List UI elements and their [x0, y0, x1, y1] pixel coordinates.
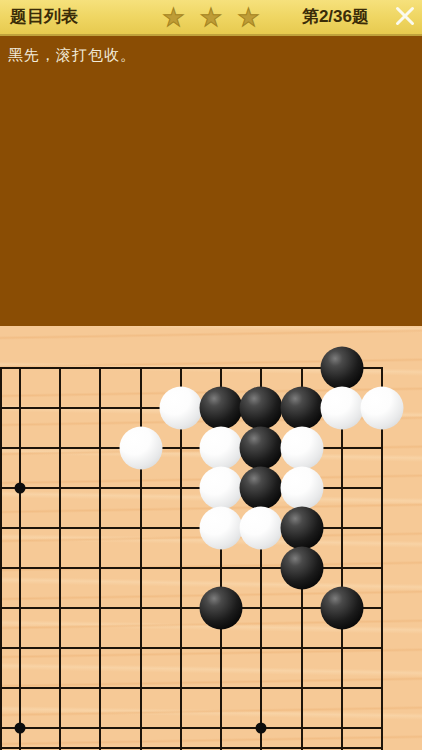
problem-counter: 第2/36题	[302, 0, 369, 34]
black-stone	[280, 547, 323, 590]
white-stone	[159, 387, 202, 430]
close-button[interactable]	[392, 5, 418, 31]
board-cut-edge	[0, 747, 383, 749]
white-stone	[200, 467, 243, 510]
black-stone	[280, 507, 323, 550]
white-stone	[200, 427, 243, 470]
star-point	[256, 723, 267, 734]
problem-list-button[interactable]: 题目列表	[10, 0, 78, 34]
grid-line	[19, 367, 21, 750]
star-icon: ★	[200, 5, 222, 30]
black-stone	[240, 467, 283, 510]
grid-line	[99, 367, 101, 750]
problem-prompt: 黑先，滚打包收。	[8, 46, 136, 65]
star-icon: ★	[162, 5, 184, 30]
grid-line	[0, 687, 383, 689]
white-stone	[119, 427, 162, 470]
grid-line	[59, 367, 61, 750]
close-icon	[394, 5, 416, 31]
grid-line	[0, 647, 383, 649]
grid-line	[140, 367, 142, 750]
white-stone	[320, 387, 363, 430]
top-bar: 题目列表 ★ ★ ★ 第2/36题	[0, 0, 422, 36]
white-stone	[280, 467, 323, 510]
grid-line	[0, 727, 383, 729]
white-stone	[280, 427, 323, 470]
black-stone	[240, 427, 283, 470]
white-stone	[200, 507, 243, 550]
black-stone	[240, 387, 283, 430]
board-cut-edge	[0, 367, 2, 750]
black-stone	[320, 347, 363, 390]
difficulty-stars: ★ ★ ★	[162, 0, 259, 34]
grid-line	[0, 527, 383, 529]
white-stone	[360, 387, 403, 430]
star-point	[15, 723, 26, 734]
black-stone	[320, 587, 363, 630]
go-board[interactable]	[0, 326, 422, 750]
black-stone	[200, 387, 243, 430]
black-stone	[280, 387, 323, 430]
white-stone	[240, 507, 283, 550]
black-stone	[200, 587, 243, 630]
grid-line	[0, 447, 383, 449]
star-icon: ★	[237, 5, 259, 30]
app-screen: 题目列表 ★ ★ ★ 第2/36题 黑先，滚打包收。	[0, 0, 422, 750]
star-point	[15, 483, 26, 494]
grid-line	[0, 487, 383, 489]
grid-line	[0, 567, 383, 569]
